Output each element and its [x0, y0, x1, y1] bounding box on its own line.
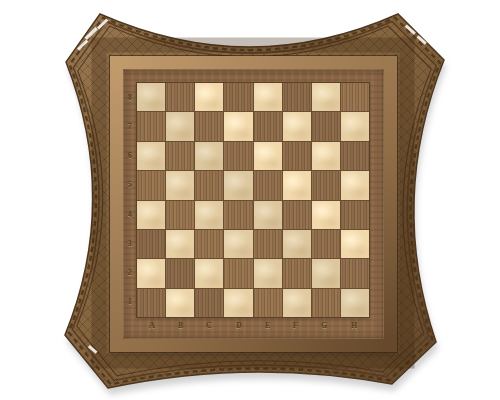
square-d6 [224, 142, 252, 170]
square-b2 [166, 259, 194, 287]
file-label-h: H [351, 322, 357, 330]
rank-label-5: 5 [128, 182, 132, 190]
square-g8 [312, 83, 340, 111]
square-b1 [166, 289, 194, 317]
file-label-f: F [293, 322, 298, 330]
square-f2 [283, 259, 311, 287]
rank-label-8: 8 [128, 94, 132, 102]
square-d1 [224, 289, 252, 317]
square-d5 [224, 171, 252, 199]
square-b7 [166, 112, 194, 140]
square-d3 [224, 230, 252, 258]
rank-label-1: 1 [128, 299, 132, 307]
square-b6 [166, 142, 194, 170]
file-label-a: A [149, 322, 154, 330]
rank-label-7: 7 [128, 123, 132, 131]
square-a2 [137, 259, 165, 287]
square-a7 [137, 112, 165, 140]
square-c1 [195, 289, 223, 317]
file-label-b: B [178, 322, 183, 330]
square-e7 [254, 112, 282, 140]
square-b3 [166, 230, 194, 258]
rank-label-3: 3 [128, 240, 132, 248]
square-h7 [341, 112, 369, 140]
rank-label-4: 4 [128, 211, 132, 219]
square-g3 [312, 230, 340, 258]
square-c5 [195, 171, 223, 199]
file-labels: ABCDEFGH [137, 319, 369, 332]
square-b8 [166, 83, 194, 111]
square-g2 [312, 259, 340, 287]
square-e6 [254, 142, 282, 170]
square-g6 [312, 142, 340, 170]
square-e2 [254, 259, 282, 287]
square-b5 [166, 171, 194, 199]
chessboard-product-photo: ABCDEFGH 87654321 [0, 0, 500, 400]
square-e1 [254, 289, 282, 317]
square-a4 [137, 201, 165, 229]
square-h3 [341, 230, 369, 258]
square-h4 [341, 201, 369, 229]
square-h6 [341, 142, 369, 170]
square-f3 [283, 230, 311, 258]
square-d8 [224, 83, 252, 111]
square-c7 [195, 112, 223, 140]
square-g5 [312, 171, 340, 199]
square-e8 [254, 83, 282, 111]
rank-label-2: 2 [128, 269, 132, 277]
rank-labels: 87654321 [123, 83, 136, 317]
square-a1 [137, 289, 165, 317]
square-c8 [195, 83, 223, 111]
square-a8 [137, 83, 165, 111]
square-e3 [254, 230, 282, 258]
square-e4 [254, 201, 282, 229]
square-b4 [166, 201, 194, 229]
file-label-d: D [236, 322, 241, 330]
square-f4 [283, 201, 311, 229]
square-f1 [283, 289, 311, 317]
square-a3 [137, 230, 165, 258]
square-h5 [341, 171, 369, 199]
square-f7 [283, 112, 311, 140]
square-h8 [341, 83, 369, 111]
file-label-g: G [322, 322, 328, 330]
file-label-c: C [207, 322, 212, 330]
rank-label-6: 6 [128, 152, 132, 160]
square-c4 [195, 201, 223, 229]
square-d2 [224, 259, 252, 287]
square-f8 [283, 83, 311, 111]
square-f6 [283, 142, 311, 170]
square-c3 [195, 230, 223, 258]
square-e5 [254, 171, 282, 199]
square-h1 [341, 289, 369, 317]
square-g7 [312, 112, 340, 140]
square-c6 [195, 142, 223, 170]
square-c2 [195, 259, 223, 287]
square-a5 [137, 171, 165, 199]
square-g4 [312, 201, 340, 229]
square-h2 [341, 259, 369, 287]
square-g1 [312, 289, 340, 317]
square-a6 [137, 142, 165, 170]
square-f5 [283, 171, 311, 199]
chess-board [137, 83, 369, 317]
file-label-e: E [265, 322, 270, 330]
square-d4 [224, 201, 252, 229]
square-d7 [224, 112, 252, 140]
